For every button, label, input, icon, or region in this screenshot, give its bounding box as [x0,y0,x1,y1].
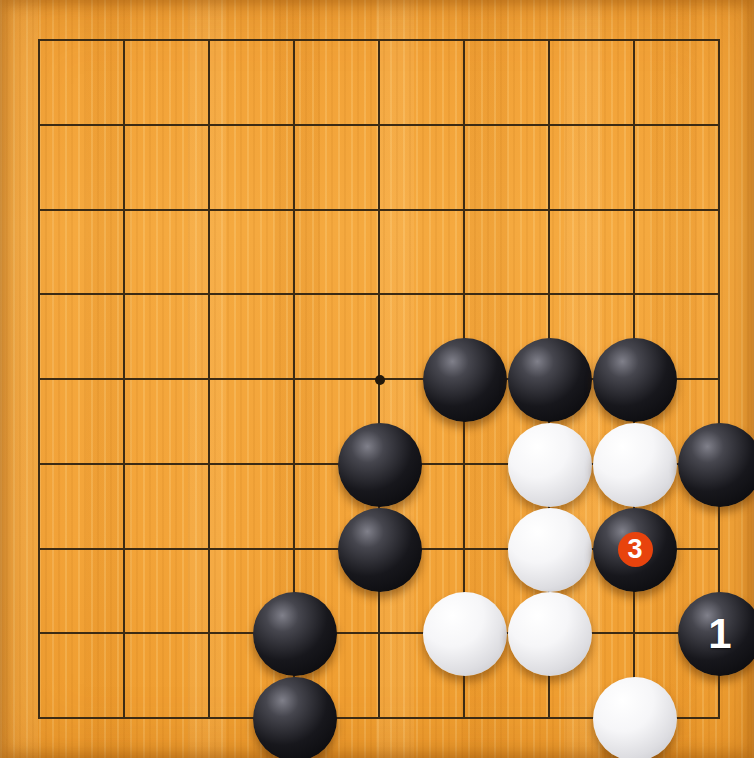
white-stone [593,677,677,758]
black-stone [253,677,337,758]
black-stone [338,423,422,507]
go-board[interactable]: 31 [0,0,754,758]
white-stone [508,592,592,676]
black-stone [508,338,592,422]
star-point [375,375,385,385]
move-number-label: 1 [708,613,731,655]
black-stone [338,508,422,592]
white-stone [593,423,677,507]
black-stone [593,338,677,422]
black-stone [423,338,507,422]
black-stone: 1 [678,592,754,676]
black-stone [253,592,337,676]
move-number-label: 3 [618,532,653,567]
black-stone: 3 [593,508,677,592]
white-stone [423,592,507,676]
white-stone [508,423,592,507]
white-stone [508,508,592,592]
grid-line-horizontal [38,632,720,634]
black-stone [678,423,754,507]
